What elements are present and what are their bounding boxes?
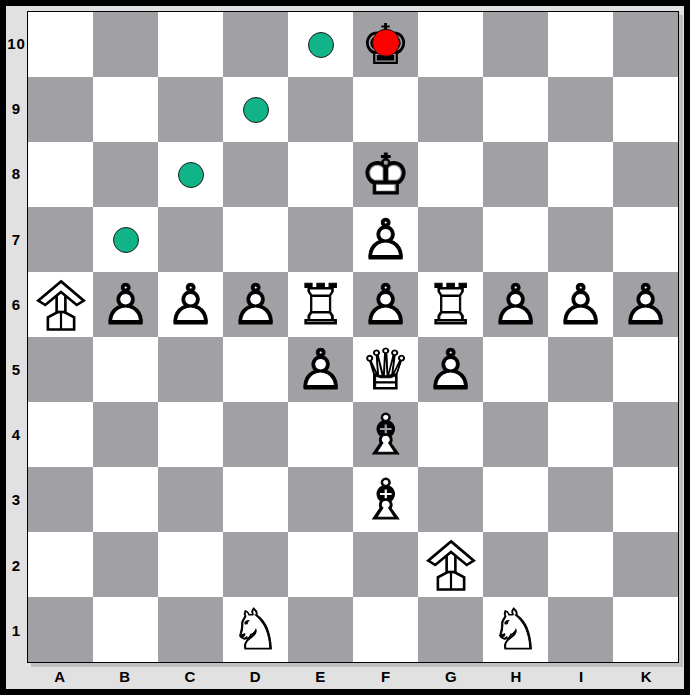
file-labels: ABCDEFGHIK (27, 664, 679, 688)
square-a4[interactable] (28, 402, 93, 467)
square-f7[interactable]: ♟♙ (353, 207, 418, 272)
file-label-d: D (223, 664, 288, 688)
square-i9[interactable] (548, 77, 613, 142)
square-i7[interactable] (548, 207, 613, 272)
square-b4[interactable] (93, 402, 158, 467)
square-c3[interactable] (158, 467, 223, 532)
rank-label-10: 10 (6, 11, 27, 76)
square-e9[interactable] (288, 77, 353, 142)
square-a7[interactable] (28, 207, 93, 272)
file-label-k: K (614, 664, 679, 688)
square-f5[interactable]: ♛♕ (353, 337, 418, 402)
square-f8[interactable]: ♚♔ (353, 142, 418, 207)
square-g8[interactable] (418, 142, 483, 207)
square-a10[interactable] (28, 12, 93, 77)
file-label-c: C (157, 664, 222, 688)
square-i10[interactable] (548, 12, 613, 77)
square-g2[interactable] (418, 532, 483, 597)
rank-label-3: 3 (6, 467, 27, 532)
square-e5[interactable]: ♟♙ (288, 337, 353, 402)
square-d3[interactable] (223, 467, 288, 532)
rank-label-9: 9 (6, 76, 27, 141)
white-queen-piece: ♛♕ (353, 337, 418, 402)
square-i2[interactable] (548, 532, 613, 597)
move-target-dot[interactable] (308, 32, 334, 58)
white-arrow-piece (418, 532, 483, 597)
square-i3[interactable] (548, 467, 613, 532)
square-c7[interactable] (158, 207, 223, 272)
white-knight-piece: ♞♘ (483, 597, 548, 662)
board-frame: 10987654321 ♚♚♔♟♙♟♙♟♙♟♙♜♖♟♙♜♖♟♙♟♙♟♙♟♙♛♕♟… (6, 6, 684, 689)
square-e10[interactable] (288, 12, 353, 77)
square-f9[interactable] (353, 77, 418, 142)
white-pawn-piece: ♟♙ (353, 207, 418, 272)
square-e8[interactable] (288, 142, 353, 207)
square-g4[interactable] (418, 402, 483, 467)
file-label-b: B (92, 664, 157, 688)
square-d1[interactable]: ♞♘ (223, 597, 288, 662)
square-h8[interactable] (483, 142, 548, 207)
square-a5[interactable] (28, 337, 93, 402)
square-h3[interactable] (483, 467, 548, 532)
square-b7[interactable] (93, 207, 158, 272)
square-g10[interactable] (418, 12, 483, 77)
square-g3[interactable] (418, 467, 483, 532)
square-f6[interactable]: ♟♙ (353, 272, 418, 337)
square-a8[interactable] (28, 142, 93, 207)
square-g9[interactable] (418, 77, 483, 142)
square-f2[interactable] (353, 532, 418, 597)
square-b3[interactable] (93, 467, 158, 532)
square-c4[interactable] (158, 402, 223, 467)
board-window: 10987654321 ♚♚♔♟♙♟♙♟♙♟♙♜♖♟♙♜♖♟♙♟♙♟♙♟♙♛♕♟… (0, 0, 690, 695)
square-f3[interactable]: ♝♗ (353, 467, 418, 532)
square-a2[interactable] (28, 532, 93, 597)
square-d7[interactable] (223, 207, 288, 272)
square-c9[interactable] (158, 77, 223, 142)
white-pawn-piece: ♟♙ (158, 272, 223, 337)
white-rook-piece: ♜♖ (288, 272, 353, 337)
white-pawn-piece: ♟♙ (288, 337, 353, 402)
white-arrow-piece (28, 272, 93, 337)
file-label-e: E (288, 664, 353, 688)
square-c1[interactable] (158, 597, 223, 662)
square-k1[interactable] (613, 597, 678, 662)
square-k9[interactable] (613, 77, 678, 142)
square-a9[interactable] (28, 77, 93, 142)
square-b8[interactable] (93, 142, 158, 207)
square-k10[interactable] (613, 12, 678, 77)
square-a3[interactable] (28, 467, 93, 532)
square-b1[interactable] (93, 597, 158, 662)
rank-labels: 10987654321 (6, 11, 27, 663)
square-e3[interactable] (288, 467, 353, 532)
square-e2[interactable] (288, 532, 353, 597)
move-target-dot[interactable] (243, 97, 269, 123)
square-i5[interactable] (548, 337, 613, 402)
board: ♚♚♔♟♙♟♙♟♙♟♙♜♖♟♙♜♖♟♙♟♙♟♙♟♙♛♕♟♙♝♗♝♗♞♘♞♘ (27, 11, 679, 663)
square-b6[interactable]: ♟♙ (93, 272, 158, 337)
square-f10[interactable]: ♚ (353, 12, 418, 77)
white-pawn-piece: ♟♙ (353, 272, 418, 337)
white-king-piece: ♚♔ (353, 142, 418, 207)
square-h4[interactable] (483, 402, 548, 467)
square-c2[interactable] (158, 532, 223, 597)
square-i8[interactable] (548, 142, 613, 207)
square-i6[interactable]: ♟♙ (548, 272, 613, 337)
square-h1[interactable]: ♞♘ (483, 597, 548, 662)
square-i1[interactable] (548, 597, 613, 662)
square-i4[interactable] (548, 402, 613, 467)
square-d10[interactable] (223, 12, 288, 77)
square-b9[interactable] (93, 77, 158, 142)
square-k5[interactable] (613, 337, 678, 402)
move-target-dot[interactable] (178, 162, 204, 188)
rank-label-4: 4 (6, 402, 27, 467)
square-c10[interactable] (158, 12, 223, 77)
white-rook-piece: ♜♖ (418, 272, 483, 337)
white-bishop-piece: ♝♗ (353, 467, 418, 532)
white-pawn-piece: ♟♙ (418, 337, 483, 402)
square-d4[interactable] (223, 402, 288, 467)
white-knight-piece: ♞♘ (223, 597, 288, 662)
square-c5[interactable] (158, 337, 223, 402)
move-target-dot[interactable] (113, 227, 139, 253)
square-g7[interactable] (418, 207, 483, 272)
square-h2[interactable] (483, 532, 548, 597)
file-label-h: H (483, 664, 548, 688)
white-pawn-piece: ♟♙ (613, 272, 678, 337)
file-label-f: F (353, 664, 418, 688)
square-h5[interactable] (483, 337, 548, 402)
square-d2[interactable] (223, 532, 288, 597)
square-e7[interactable] (288, 207, 353, 272)
square-h6[interactable]: ♟♙ (483, 272, 548, 337)
square-d9[interactable] (223, 77, 288, 142)
square-b10[interactable] (93, 12, 158, 77)
rank-label-6: 6 (6, 272, 27, 337)
square-f4[interactable]: ♝♗ (353, 402, 418, 467)
square-d6[interactable]: ♟♙ (223, 272, 288, 337)
square-k7[interactable] (613, 207, 678, 272)
square-h9[interactable] (483, 77, 548, 142)
white-pawn-piece: ♟♙ (483, 272, 548, 337)
square-f1[interactable] (353, 597, 418, 662)
square-k6[interactable]: ♟♙ (613, 272, 678, 337)
rank-label-7: 7 (6, 207, 27, 272)
square-k4[interactable] (613, 402, 678, 467)
square-g6[interactable]: ♜♖ (418, 272, 483, 337)
white-pawn-piece: ♟♙ (223, 272, 288, 337)
square-k3[interactable] (613, 467, 678, 532)
file-label-g: G (418, 664, 483, 688)
square-e6[interactable]: ♜♖ (288, 272, 353, 337)
square-k8[interactable] (613, 142, 678, 207)
square-a6[interactable] (28, 272, 93, 337)
square-c8[interactable] (158, 142, 223, 207)
square-h10[interactable] (483, 12, 548, 77)
file-label-i: I (549, 664, 614, 688)
square-a1[interactable] (28, 597, 93, 662)
check-indicator-dot (372, 28, 400, 56)
rank-label-2: 2 (6, 533, 27, 598)
white-pawn-piece: ♟♙ (93, 272, 158, 337)
square-g1[interactable] (418, 597, 483, 662)
square-b5[interactable] (93, 337, 158, 402)
white-bishop-piece: ♝♗ (353, 402, 418, 467)
rank-label-1: 1 (6, 598, 27, 663)
square-c6[interactable]: ♟♙ (158, 272, 223, 337)
square-d5[interactable] (223, 337, 288, 402)
square-e4[interactable] (288, 402, 353, 467)
square-b2[interactable] (93, 532, 158, 597)
white-pawn-piece: ♟♙ (548, 272, 613, 337)
square-h7[interactable] (483, 207, 548, 272)
square-e1[interactable] (288, 597, 353, 662)
square-d8[interactable] (223, 142, 288, 207)
rank-label-8: 8 (6, 141, 27, 206)
rank-label-5: 5 (6, 337, 27, 402)
file-label-a: A (27, 664, 92, 688)
square-g5[interactable]: ♟♙ (418, 337, 483, 402)
square-k2[interactable] (613, 532, 678, 597)
